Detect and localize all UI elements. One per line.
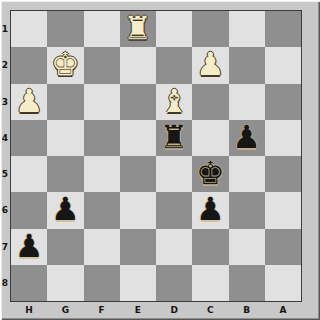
rank-label-4: 4 (0, 120, 10, 156)
square-c7[interactable] (192, 229, 228, 265)
rank-labels: 12345678 (0, 11, 10, 301)
rank-label-7: 7 (0, 229, 10, 265)
square-g4[interactable] (47, 120, 83, 156)
square-f7[interactable] (84, 229, 120, 265)
square-c3[interactable] (192, 84, 228, 120)
square-a4[interactable] (265, 120, 301, 156)
square-b6[interactable] (229, 192, 265, 228)
square-g5[interactable] (47, 156, 83, 192)
square-e1[interactable]: ♜ (120, 11, 156, 47)
file-label-g: G (47, 302, 83, 317)
square-f6[interactable] (84, 192, 120, 228)
white-pawn-c2: ♟ (196, 48, 225, 80)
square-e8[interactable] (120, 265, 156, 301)
file-label-h: H (11, 302, 47, 317)
square-h2[interactable] (11, 47, 47, 83)
square-f5[interactable] (84, 156, 120, 192)
rank-label-8: 8 (0, 265, 10, 301)
square-d6[interactable] (156, 192, 192, 228)
square-c2[interactable]: ♟ (192, 47, 228, 83)
square-e2[interactable] (120, 47, 156, 83)
file-label-e: E (120, 302, 156, 317)
square-b5[interactable] (229, 156, 265, 192)
board-frame: ♜♚♟♟♝♜♟♚♟♟♟ 12345678 HGFEDCBA (0, 0, 320, 320)
black-rook-d4: ♜ (160, 121, 189, 153)
square-d5[interactable] (156, 156, 192, 192)
square-h6[interactable] (11, 192, 47, 228)
square-h4[interactable] (11, 120, 47, 156)
square-d4[interactable]: ♜ (156, 120, 192, 156)
chess-board: ♜♚♟♟♝♜♟♚♟♟♟ (10, 10, 302, 302)
square-d3[interactable]: ♝ (156, 84, 192, 120)
square-e7[interactable] (120, 229, 156, 265)
white-bishop-d3: ♝ (160, 85, 189, 117)
rank-label-6: 6 (0, 192, 10, 228)
square-b3[interactable] (229, 84, 265, 120)
square-b7[interactable] (229, 229, 265, 265)
file-labels: HGFEDCBA (11, 302, 301, 317)
black-pawn-b4: ♟ (232, 121, 261, 153)
square-a6[interactable] (265, 192, 301, 228)
square-h7[interactable]: ♟ (11, 229, 47, 265)
square-c6[interactable]: ♟ (192, 192, 228, 228)
square-h3[interactable]: ♟ (11, 84, 47, 120)
rank-label-5: 5 (0, 156, 10, 192)
square-d1[interactable] (156, 11, 192, 47)
file-label-b: B (229, 302, 265, 317)
square-g8[interactable] (47, 265, 83, 301)
square-d7[interactable] (156, 229, 192, 265)
square-b8[interactable] (229, 265, 265, 301)
square-h1[interactable] (11, 11, 47, 47)
white-king-g2: ♚ (51, 48, 80, 80)
square-a7[interactable] (265, 229, 301, 265)
file-label-d: D (156, 302, 192, 317)
square-c1[interactable] (192, 11, 228, 47)
white-pawn-h3: ♟ (15, 85, 44, 117)
square-f2[interactable] (84, 47, 120, 83)
square-d8[interactable] (156, 265, 192, 301)
square-f1[interactable] (84, 11, 120, 47)
black-pawn-h7: ♟ (15, 230, 44, 262)
square-f3[interactable] (84, 84, 120, 120)
square-g3[interactable] (47, 84, 83, 120)
square-h5[interactable] (11, 156, 47, 192)
square-f8[interactable] (84, 265, 120, 301)
square-h8[interactable] (11, 265, 47, 301)
square-a2[interactable] (265, 47, 301, 83)
square-a8[interactable] (265, 265, 301, 301)
square-e6[interactable] (120, 192, 156, 228)
black-pawn-c6: ♟ (196, 193, 225, 225)
file-label-f: F (84, 302, 120, 317)
rank-label-3: 3 (0, 84, 10, 120)
square-a5[interactable] (265, 156, 301, 192)
square-a1[interactable] (265, 11, 301, 47)
rank-label-1: 1 (0, 11, 10, 47)
square-g2[interactable]: ♚ (47, 47, 83, 83)
square-g1[interactable] (47, 11, 83, 47)
black-king-c5: ♚ (196, 157, 225, 189)
square-e4[interactable] (120, 120, 156, 156)
square-g7[interactable] (47, 229, 83, 265)
square-b1[interactable] (229, 11, 265, 47)
square-e3[interactable] (120, 84, 156, 120)
square-c8[interactable] (192, 265, 228, 301)
square-e5[interactable] (120, 156, 156, 192)
file-label-c: C (192, 302, 228, 317)
square-c5[interactable]: ♚ (192, 156, 228, 192)
square-g6[interactable]: ♟ (47, 192, 83, 228)
square-b2[interactable] (229, 47, 265, 83)
rank-label-2: 2 (0, 47, 10, 83)
file-label-a: A (265, 302, 301, 317)
square-a3[interactable] (265, 84, 301, 120)
square-b4[interactable]: ♟ (229, 120, 265, 156)
square-c4[interactable] (192, 120, 228, 156)
square-f4[interactable] (84, 120, 120, 156)
white-rook-e1: ♜ (124, 12, 153, 44)
black-pawn-g6: ♟ (51, 193, 80, 225)
square-d2[interactable] (156, 47, 192, 83)
